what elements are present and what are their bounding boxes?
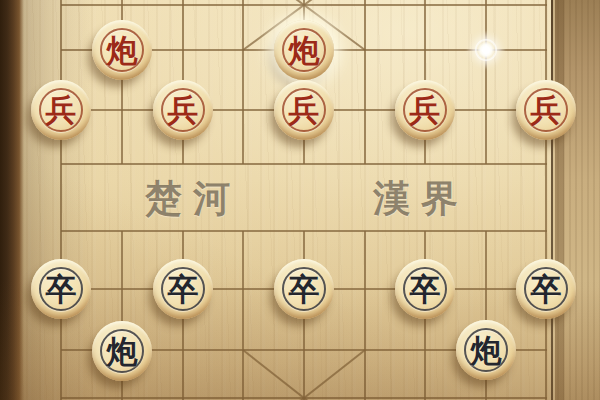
piece-character: 炮: [92, 20, 152, 80]
piece-character: 兵: [31, 80, 91, 140]
piece-character: 卒: [395, 259, 455, 319]
river-label-han-jie: 漢界: [373, 174, 469, 224]
piece-red-soldier[interactable]: 兵: [274, 80, 334, 140]
piece-black-soldier[interactable]: 卒: [31, 259, 91, 319]
piece-character: 卒: [516, 259, 576, 319]
piece-red-soldier[interactable]: 兵: [395, 80, 455, 140]
piece-black-soldier[interactable]: 卒: [395, 259, 455, 319]
piece-character: 兵: [516, 80, 576, 140]
piece-character: 兵: [153, 80, 213, 140]
piece-red-cannon[interactable]: 炮: [274, 20, 334, 80]
piece-red-cannon[interactable]: 炮: [92, 20, 152, 80]
piece-character: 兵: [395, 80, 455, 140]
piece-black-soldier[interactable]: 卒: [516, 259, 576, 319]
piece-red-soldier[interactable]: 兵: [516, 80, 576, 140]
piece-character: 炮: [274, 20, 334, 80]
piece-character: 卒: [153, 259, 213, 319]
piece-red-soldier[interactable]: 兵: [153, 80, 213, 140]
piece-black-cannon[interactable]: 炮: [456, 320, 516, 380]
piece-black-soldier[interactable]: 卒: [274, 259, 334, 319]
river-label-chu-he: 楚河: [145, 174, 241, 224]
piece-character: 卒: [31, 259, 91, 319]
piece-character: 卒: [274, 259, 334, 319]
piece-black-soldier[interactable]: 卒: [153, 259, 213, 319]
piece-black-cannon[interactable]: 炮: [92, 321, 152, 381]
xiangqi-board[interactable]: 楚河 漢界 炮炮兵兵兵兵兵卒卒卒卒卒炮炮: [0, 0, 600, 400]
piece-character: 兵: [274, 80, 334, 140]
piece-character: 炮: [456, 320, 516, 380]
piece-red-soldier[interactable]: 兵: [31, 80, 91, 140]
piece-character: 炮: [92, 321, 152, 381]
